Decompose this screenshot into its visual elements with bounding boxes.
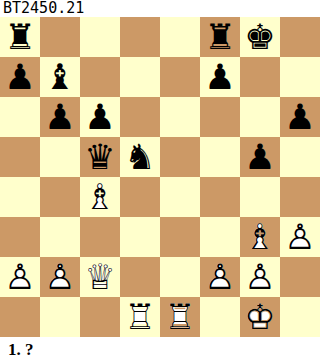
square-b1[interactable] bbox=[40, 297, 80, 337]
piece-black-queen[interactable]: ♛ bbox=[80, 137, 120, 177]
move-prompt: 1. ? bbox=[0, 337, 320, 360]
piece-white-bishop[interactable]: ♝♗ bbox=[80, 177, 120, 217]
square-f6[interactable] bbox=[200, 97, 240, 137]
white-piece-outline-icon: ♕ bbox=[80, 257, 120, 297]
piece-white-pawn[interactable]: ♟♙ bbox=[240, 257, 280, 297]
square-c6[interactable]: ♟ bbox=[80, 97, 120, 137]
square-a3[interactable] bbox=[0, 217, 40, 257]
square-a2[interactable]: ♟♙ bbox=[0, 257, 40, 297]
square-g5[interactable]: ♟ bbox=[240, 137, 280, 177]
square-c7[interactable] bbox=[80, 57, 120, 97]
square-f5[interactable] bbox=[200, 137, 240, 177]
square-f1[interactable] bbox=[200, 297, 240, 337]
square-b8[interactable] bbox=[40, 17, 80, 57]
square-e5[interactable] bbox=[160, 137, 200, 177]
square-e2[interactable] bbox=[160, 257, 200, 297]
piece-black-rook[interactable]: ♜ bbox=[0, 17, 40, 57]
piece-black-pawn[interactable]: ♟ bbox=[280, 97, 320, 137]
square-g1[interactable]: ♚♔ bbox=[240, 297, 280, 337]
piece-white-rook[interactable]: ♜♖ bbox=[120, 297, 160, 337]
square-g6[interactable] bbox=[240, 97, 280, 137]
white-piece-outline-icon: ♗ bbox=[80, 177, 120, 217]
piece-white-pawn[interactable]: ♟♙ bbox=[0, 257, 40, 297]
black-piece-icon: ♟ bbox=[240, 137, 280, 177]
square-b6[interactable]: ♟ bbox=[40, 97, 80, 137]
black-piece-icon: ♟ bbox=[80, 97, 120, 137]
square-d8[interactable] bbox=[120, 17, 160, 57]
piece-black-pawn[interactable]: ♟ bbox=[200, 57, 240, 97]
white-piece-outline-icon: ♔ bbox=[240, 297, 280, 337]
square-d3[interactable] bbox=[120, 217, 160, 257]
square-g4[interactable] bbox=[240, 177, 280, 217]
white-piece-outline-icon: ♙ bbox=[240, 257, 280, 297]
square-d1[interactable]: ♜♖ bbox=[120, 297, 160, 337]
square-d7[interactable] bbox=[120, 57, 160, 97]
piece-black-king[interactable]: ♚ bbox=[240, 17, 280, 57]
square-c8[interactable] bbox=[80, 17, 120, 57]
square-h2[interactable] bbox=[280, 257, 320, 297]
square-b5[interactable] bbox=[40, 137, 80, 177]
square-b3[interactable] bbox=[40, 217, 80, 257]
square-h3[interactable]: ♟♙ bbox=[280, 217, 320, 257]
square-h4[interactable] bbox=[280, 177, 320, 217]
chess-board: ♜♜♚♟♝♟♟♟♟♛♞♟♝♗♝♗♟♙♟♙♟♙♛♕♟♙♟♙♜♖♜♖♚♔ bbox=[0, 17, 320, 337]
black-piece-icon: ♚ bbox=[240, 17, 280, 57]
black-piece-icon: ♞ bbox=[120, 137, 160, 177]
square-a6[interactable] bbox=[0, 97, 40, 137]
piece-white-queen[interactable]: ♛♕ bbox=[80, 257, 120, 297]
square-h5[interactable] bbox=[280, 137, 320, 177]
square-d4[interactable] bbox=[120, 177, 160, 217]
square-d6[interactable] bbox=[120, 97, 160, 137]
piece-black-pawn[interactable]: ♟ bbox=[240, 137, 280, 177]
white-piece-outline-icon: ♗ bbox=[240, 217, 280, 257]
square-a4[interactable] bbox=[0, 177, 40, 217]
square-c3[interactable] bbox=[80, 217, 120, 257]
piece-black-rook[interactable]: ♜ bbox=[200, 17, 240, 57]
piece-white-pawn[interactable]: ♟♙ bbox=[280, 217, 320, 257]
black-piece-icon: ♛ bbox=[80, 137, 120, 177]
square-a5[interactable] bbox=[0, 137, 40, 177]
black-piece-icon: ♝ bbox=[40, 57, 80, 97]
square-c5[interactable]: ♛ bbox=[80, 137, 120, 177]
square-f7[interactable]: ♟ bbox=[200, 57, 240, 97]
piece-black-pawn[interactable]: ♟ bbox=[80, 97, 120, 137]
white-piece-outline-icon: ♙ bbox=[280, 217, 320, 257]
square-f8[interactable]: ♜ bbox=[200, 17, 240, 57]
piece-white-pawn[interactable]: ♟♙ bbox=[200, 257, 240, 297]
square-h7[interactable] bbox=[280, 57, 320, 97]
square-g3[interactable]: ♝♗ bbox=[240, 217, 280, 257]
square-f3[interactable] bbox=[200, 217, 240, 257]
square-h8[interactable] bbox=[280, 17, 320, 57]
chess-puzzle-app: BT2450.21 ♜♜♚♟♝♟♟♟♟♛♞♟♝♗♝♗♟♙♟♙♟♙♛♕♟♙♟♙♜♖… bbox=[0, 0, 320, 360]
square-h1[interactable] bbox=[280, 297, 320, 337]
square-h6[interactable]: ♟ bbox=[280, 97, 320, 137]
square-f4[interactable] bbox=[200, 177, 240, 217]
piece-white-rook[interactable]: ♜♖ bbox=[160, 297, 200, 337]
piece-white-bishop[interactable]: ♝♗ bbox=[240, 217, 280, 257]
white-piece-outline-icon: ♙ bbox=[40, 257, 80, 297]
square-a8[interactable]: ♜ bbox=[0, 17, 40, 57]
piece-black-pawn[interactable]: ♟ bbox=[0, 57, 40, 97]
square-e7[interactable] bbox=[160, 57, 200, 97]
square-e3[interactable] bbox=[160, 217, 200, 257]
black-piece-icon: ♟ bbox=[280, 97, 320, 137]
piece-black-knight[interactable]: ♞ bbox=[120, 137, 160, 177]
piece-black-bishop[interactable]: ♝ bbox=[40, 57, 80, 97]
white-piece-outline-icon: ♙ bbox=[0, 257, 40, 297]
square-f2[interactable]: ♟♙ bbox=[200, 257, 240, 297]
black-piece-icon: ♟ bbox=[200, 57, 240, 97]
puzzle-title: BT2450.21 bbox=[0, 0, 320, 17]
black-piece-icon: ♟ bbox=[40, 97, 80, 137]
white-piece-outline-icon: ♖ bbox=[160, 297, 200, 337]
black-piece-icon: ♜ bbox=[0, 17, 40, 57]
square-c1[interactable] bbox=[80, 297, 120, 337]
black-piece-icon: ♟ bbox=[0, 57, 40, 97]
white-piece-outline-icon: ♙ bbox=[200, 257, 240, 297]
square-b7[interactable]: ♝ bbox=[40, 57, 80, 97]
piece-white-king[interactable]: ♚♔ bbox=[240, 297, 280, 337]
square-d2[interactable] bbox=[120, 257, 160, 297]
white-piece-outline-icon: ♖ bbox=[120, 297, 160, 337]
piece-black-pawn[interactable]: ♟ bbox=[40, 97, 80, 137]
square-d5[interactable]: ♞ bbox=[120, 137, 160, 177]
square-g7[interactable] bbox=[240, 57, 280, 97]
square-a7[interactable]: ♟ bbox=[0, 57, 40, 97]
square-e4[interactable] bbox=[160, 177, 200, 217]
square-e1[interactable]: ♜♖ bbox=[160, 297, 200, 337]
square-e8[interactable] bbox=[160, 17, 200, 57]
square-b4[interactable] bbox=[40, 177, 80, 217]
square-c4[interactable]: ♝♗ bbox=[80, 177, 120, 217]
square-e6[interactable] bbox=[160, 97, 200, 137]
square-g2[interactable]: ♟♙ bbox=[240, 257, 280, 297]
square-c2[interactable]: ♛♕ bbox=[80, 257, 120, 297]
piece-white-pawn[interactable]: ♟♙ bbox=[40, 257, 80, 297]
square-g8[interactable]: ♚ bbox=[240, 17, 280, 57]
square-a1[interactable] bbox=[0, 297, 40, 337]
black-piece-icon: ♜ bbox=[200, 17, 240, 57]
square-b2[interactable]: ♟♙ bbox=[40, 257, 80, 297]
